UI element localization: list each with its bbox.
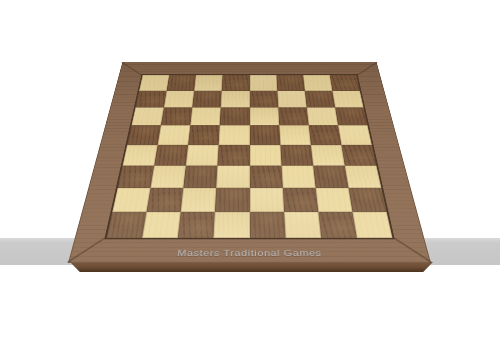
square-b3 bbox=[151, 165, 186, 187]
square-g1 bbox=[318, 212, 357, 238]
square-a4 bbox=[123, 145, 158, 166]
square-g8 bbox=[303, 75, 332, 91]
square-c1 bbox=[178, 212, 215, 238]
square-h1 bbox=[352, 212, 392, 238]
board-scene: Masters Traditional Games bbox=[68, 0, 431, 263]
square-b2 bbox=[147, 188, 184, 212]
square-h3 bbox=[345, 165, 382, 187]
chess-board-frame: Masters Traditional Games bbox=[68, 62, 431, 263]
square-a6 bbox=[131, 108, 163, 126]
square-e8 bbox=[250, 75, 278, 91]
square-f4 bbox=[280, 145, 313, 166]
square-d2 bbox=[215, 188, 249, 212]
square-a1 bbox=[107, 212, 147, 238]
square-d5 bbox=[219, 126, 250, 145]
square-g2 bbox=[315, 188, 352, 212]
square-e5 bbox=[250, 126, 281, 145]
square-g3 bbox=[313, 165, 348, 187]
square-c8 bbox=[194, 75, 222, 91]
square-b6 bbox=[161, 108, 192, 126]
miter-seam-top-right bbox=[356, 62, 377, 76]
square-f6 bbox=[278, 108, 309, 126]
square-f1 bbox=[284, 212, 321, 238]
square-a2 bbox=[112, 188, 150, 212]
square-e3 bbox=[250, 165, 283, 187]
playing-area bbox=[107, 75, 393, 238]
square-f5 bbox=[279, 126, 311, 145]
product-photo: { "game": "chess", "scene": { "type": "p… bbox=[0, 0, 500, 338]
square-d7 bbox=[221, 91, 250, 108]
square-h7 bbox=[332, 91, 363, 108]
square-g5 bbox=[309, 126, 342, 145]
miter-seam-bottom-left bbox=[67, 237, 107, 263]
square-d3 bbox=[217, 165, 250, 187]
square-b1 bbox=[142, 212, 181, 238]
square-c5 bbox=[188, 126, 220, 145]
square-a5 bbox=[127, 126, 161, 145]
square-b8 bbox=[167, 75, 196, 91]
board-front-edge bbox=[70, 262, 433, 272]
miter-seam-bottom-right bbox=[392, 237, 432, 263]
square-h6 bbox=[335, 108, 367, 126]
square-a7 bbox=[135, 91, 166, 108]
square-e2 bbox=[250, 188, 284, 212]
square-c3 bbox=[184, 165, 218, 187]
square-c6 bbox=[190, 108, 221, 126]
square-d8 bbox=[222, 75, 250, 91]
square-h4 bbox=[341, 145, 376, 166]
square-a8 bbox=[139, 75, 169, 91]
square-h2 bbox=[348, 188, 386, 212]
square-d4 bbox=[218, 145, 250, 166]
square-d1 bbox=[214, 212, 250, 238]
square-b4 bbox=[154, 145, 188, 166]
square-c7 bbox=[192, 91, 221, 108]
square-f7 bbox=[277, 91, 306, 108]
square-f8 bbox=[276, 75, 304, 91]
square-e6 bbox=[250, 108, 280, 126]
square-g4 bbox=[311, 145, 345, 166]
square-d6 bbox=[220, 108, 250, 126]
square-h5 bbox=[338, 126, 372, 145]
square-f3 bbox=[281, 165, 315, 187]
watermark-text: Masters Traditional Games bbox=[102, 248, 397, 257]
square-e4 bbox=[250, 145, 282, 166]
square-g6 bbox=[307, 108, 338, 126]
square-a3 bbox=[118, 165, 155, 187]
square-f2 bbox=[282, 188, 318, 212]
square-h8 bbox=[330, 75, 360, 91]
miter-seam-top-left bbox=[121, 62, 142, 76]
square-c2 bbox=[181, 188, 217, 212]
square-e1 bbox=[250, 212, 286, 238]
square-g7 bbox=[305, 91, 335, 108]
square-b7 bbox=[164, 91, 194, 108]
square-e7 bbox=[250, 91, 279, 108]
square-b5 bbox=[158, 126, 191, 145]
square-c4 bbox=[186, 145, 219, 166]
